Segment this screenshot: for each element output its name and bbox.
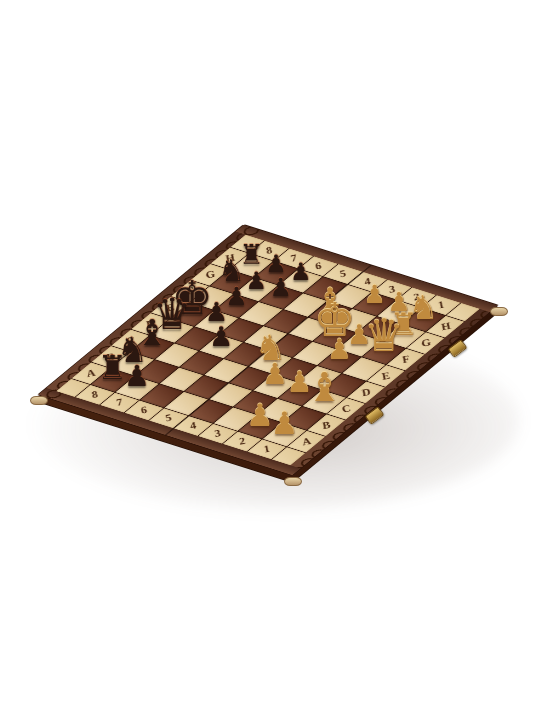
board-foot (284, 477, 302, 486)
product-photo-stage: 88AA77BB66CC55DD44EE33FF22GG11HH ♜♟♟♞♟♟♟… (0, 0, 540, 720)
board-foot (490, 307, 508, 316)
board-foot (30, 396, 48, 405)
